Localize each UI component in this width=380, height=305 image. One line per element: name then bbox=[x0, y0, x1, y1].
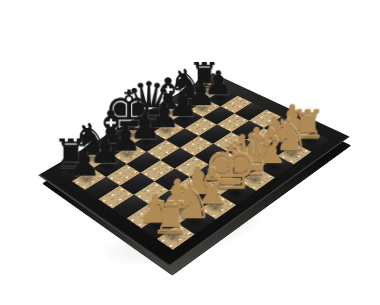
board-top-surface: ♜♟♟♜♞♟♟♞♝♟♟♝♛♟♟♛♚♟♟♚♝♟♟♝♞♟♟♞♜♟♟♜ bbox=[38, 73, 350, 267]
product-photo: ♜♟♟♜♞♟♟♞♝♟♟♝♛♟♟♛♚♟♟♚♝♟♟♝♞♟♟♞♜♟♟♜ bbox=[0, 0, 380, 305]
chess-board-3d: ♜♟♟♜♞♟♟♞♝♟♟♝♛♟♟♛♚♟♟♚♝♟♟♝♞♟♟♞♜♟♟♜ bbox=[38, 73, 350, 267]
piece-contact-shadow bbox=[197, 195, 232, 218]
square-h7: ♟ bbox=[72, 168, 106, 190]
piece-black-queen: ♛ bbox=[120, 76, 177, 127]
scene: ♜♟♟♜♞♟♟♞♝♟♟♝♛♟♟♛♚♟♟♚♝♟♟♝♞♟♟♞♜♟♟♜ bbox=[70, 32, 317, 279]
board-perspective-wrap: ♜♟♟♜♞♟♟♞♝♟♟♝♛♟♟♛♚♟♟♚♝♟♟♝♞♟♟♞♜♟♟♜ bbox=[0, 0, 380, 305]
piece-contact-shadow bbox=[79, 148, 110, 167]
